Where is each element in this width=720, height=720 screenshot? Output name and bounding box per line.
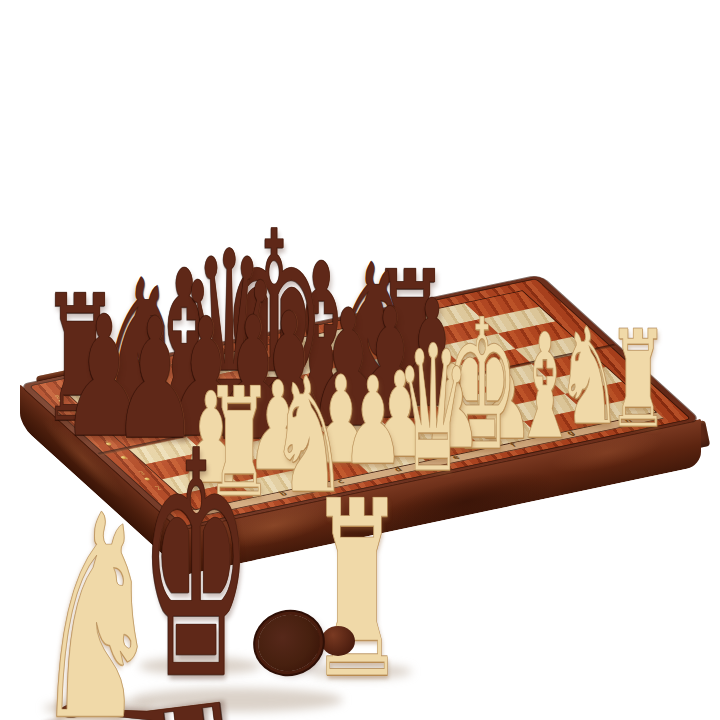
fallen-piece-knob-1 (321, 626, 355, 656)
piece-light-knight-foreground: ♞ (34, 478, 160, 720)
piece-light-rook: ♜ (608, 313, 668, 447)
piece-light-queen: ♛ (396, 322, 470, 497)
chess-set-product-photo: abcdefgh87654321 ♜♞♝♛♚♝♞♜♟♟♟♟♟♟♟♟♟♜♟♞♟♟♟… (0, 0, 720, 720)
piece-light-rook-foreground: ♜ (309, 469, 405, 713)
